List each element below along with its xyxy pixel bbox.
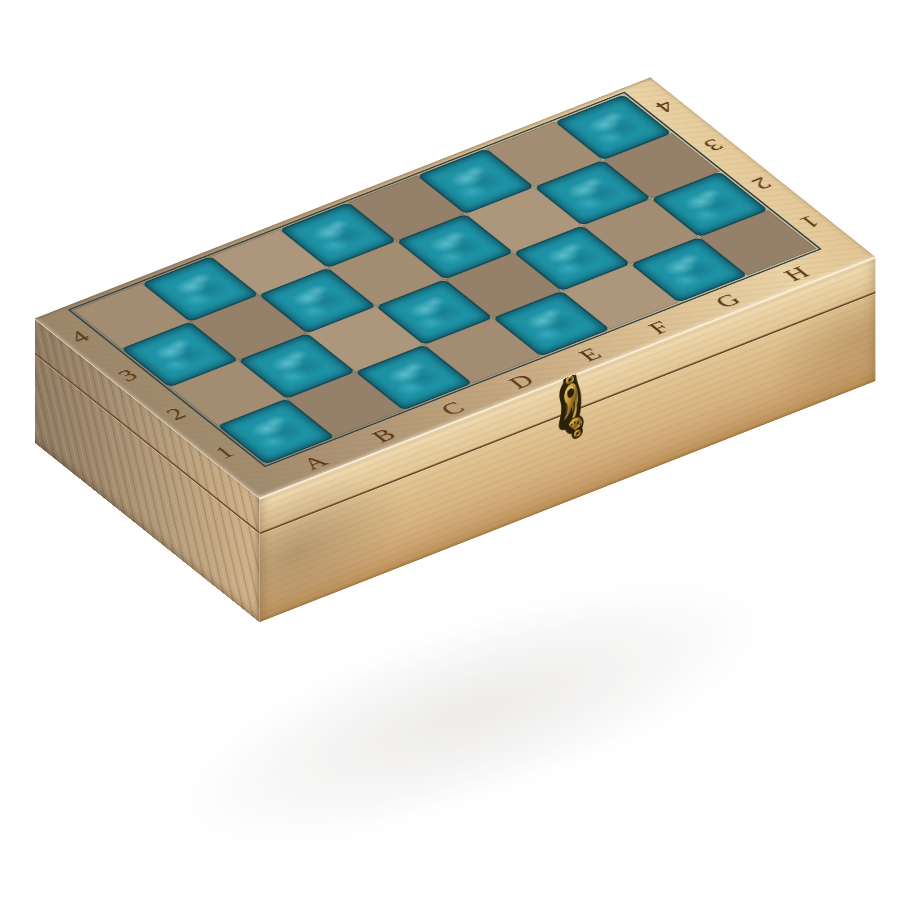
product-photo-stage: 4321 4321 ABCDEFGH <box>0 0 911 911</box>
brass-clasp-icon <box>557 367 585 449</box>
brass-clasp <box>557 367 585 449</box>
